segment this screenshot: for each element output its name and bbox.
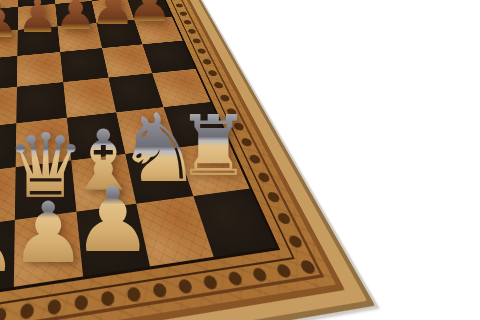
white-pawn-d1[interactable]: ♟ — [0, 197, 18, 285]
black-pawn-e7[interactable]: ♟ — [17, 0, 58, 40]
chessboard-scene: ♟♟♟♟♟♟♛♝♞♜♟♟♟ — [0, 0, 480, 320]
white-pawn-e1[interactable]: ♟ — [11, 191, 86, 275]
photo-stage: ♟♟♟♟♟♟♛♝♞♜♟♟♟ — [0, 0, 480, 320]
pieces-layer: ♟♟♟♟♟♟♛♝♞♜♟♟♟ — [0, 0, 480, 320]
black-pawn-g7[interactable]: ♟ — [91, 0, 136, 33]
black-pawn-f7[interactable]: ♟ — [54, 0, 97, 37]
black-pawn-d7[interactable]: ♟ — [0, 0, 19, 44]
